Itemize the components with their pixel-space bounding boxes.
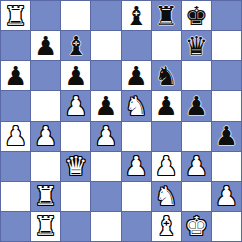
square-e7[interactable] (122, 31, 151, 60)
square-d2[interactable] (91, 182, 120, 211)
square-f4[interactable] (152, 122, 181, 151)
square-h2[interactable]: ♟ (212, 182, 241, 211)
square-b4[interactable]: ♟ (31, 122, 60, 151)
square-e1[interactable] (122, 212, 151, 241)
square-d7[interactable] (91, 31, 120, 60)
square-a6[interactable]: ♟ (1, 61, 30, 90)
black-pawn-piece: ♟ (64, 63, 87, 89)
square-c6[interactable]: ♟ (61, 61, 90, 90)
square-e6[interactable]: ♟ (122, 61, 151, 90)
white-pawn-piece: ♟ (64, 93, 87, 119)
square-f8[interactable]: ♜ (152, 1, 181, 30)
black-pawn-piece: ♟ (94, 93, 117, 119)
square-f6[interactable]: ♞ (152, 61, 181, 90)
square-c7[interactable]: ♝ (61, 31, 90, 60)
square-b6[interactable] (31, 61, 60, 90)
square-f7[interactable] (152, 31, 181, 60)
square-e5[interactable]: ♞ (122, 91, 151, 120)
square-f1[interactable]: ♝ (152, 212, 181, 241)
square-f3[interactable]: ♟ (152, 152, 181, 181)
square-h8[interactable] (212, 1, 241, 30)
white-knight-piece: ♞ (124, 93, 147, 119)
square-c8[interactable] (61, 1, 90, 30)
square-g2[interactable] (182, 182, 211, 211)
white-queen-piece: ♛ (64, 153, 87, 179)
square-f5[interactable]: ♟ (152, 91, 181, 120)
square-a3[interactable] (1, 152, 30, 181)
square-a7[interactable] (1, 31, 30, 60)
square-d5[interactable]: ♟ (91, 91, 120, 120)
square-h4[interactable]: ♟ (212, 122, 241, 151)
black-pawn-piece: ♟ (215, 123, 238, 149)
square-c2[interactable] (61, 182, 90, 211)
square-e3[interactable]: ♟ (122, 152, 151, 181)
square-g5[interactable]: ♟ (182, 91, 211, 120)
square-c5[interactable]: ♟ (61, 91, 90, 120)
white-king-piece: ♚ (185, 213, 208, 239)
white-pawn-piece: ♟ (215, 183, 238, 209)
square-a8[interactable]: ♜ (1, 1, 30, 30)
square-e4[interactable] (122, 122, 151, 151)
square-g3[interactable]: ♟ (182, 152, 211, 181)
square-g4[interactable] (182, 122, 211, 151)
square-b1[interactable]: ♜ (31, 212, 60, 241)
square-g6[interactable] (182, 61, 211, 90)
chess-board: ♜♝♜♚♟♝♛♟♟♟♞♟♟♞♟♟♟♟♟♟♛♟♟♟♜♞♟♜♝♚ (0, 0, 242, 242)
square-b7[interactable]: ♟ (31, 31, 60, 60)
white-rook-piece: ♜ (4, 3, 27, 29)
black-pawn-piece: ♟ (34, 33, 57, 59)
square-b2[interactable]: ♜ (31, 182, 60, 211)
black-knight-piece: ♞ (155, 63, 178, 89)
square-a4[interactable]: ♟ (1, 122, 30, 151)
white-pawn-piece: ♟ (155, 153, 178, 179)
square-g7[interactable]: ♛ (182, 31, 211, 60)
square-h5[interactable] (212, 91, 241, 120)
square-d4[interactable]: ♟ (91, 122, 120, 151)
white-knight-piece: ♞ (155, 183, 178, 209)
square-h6[interactable] (212, 61, 241, 90)
square-b3[interactable] (31, 152, 60, 181)
white-rook-piece: ♜ (34, 213, 57, 239)
square-e2[interactable] (122, 182, 151, 211)
square-f2[interactable]: ♞ (152, 182, 181, 211)
square-b8[interactable] (31, 1, 60, 30)
black-bishop-piece: ♝ (64, 33, 87, 59)
square-c4[interactable] (61, 122, 90, 151)
square-d6[interactable] (91, 61, 120, 90)
square-d3[interactable] (91, 152, 120, 181)
black-queen-piece: ♛ (185, 33, 208, 59)
black-pawn-piece: ♟ (155, 93, 178, 119)
square-a2[interactable] (1, 182, 30, 211)
square-b5[interactable] (31, 91, 60, 120)
black-bishop-piece: ♝ (124, 3, 147, 29)
black-king-piece: ♚ (185, 3, 208, 29)
square-a5[interactable] (1, 91, 30, 120)
square-d1[interactable] (91, 212, 120, 241)
square-c3[interactable]: ♛ (61, 152, 90, 181)
black-pawn-piece: ♟ (185, 93, 208, 119)
white-pawn-piece: ♟ (185, 153, 208, 179)
black-rook-piece: ♜ (155, 3, 178, 29)
square-h1[interactable] (212, 212, 241, 241)
square-e8[interactable]: ♝ (122, 1, 151, 30)
white-pawn-piece: ♟ (94, 123, 117, 149)
square-a1[interactable] (1, 212, 30, 241)
white-pawn-piece: ♟ (4, 123, 27, 149)
square-d8[interactable] (91, 1, 120, 30)
square-h7[interactable] (212, 31, 241, 60)
white-pawn-piece: ♟ (34, 123, 57, 149)
square-g8[interactable]: ♚ (182, 1, 211, 30)
square-g1[interactable]: ♚ (182, 212, 211, 241)
black-pawn-piece: ♟ (4, 63, 27, 89)
white-bishop-piece: ♝ (155, 213, 178, 239)
square-c1[interactable] (61, 212, 90, 241)
black-pawn-piece: ♟ (124, 63, 147, 89)
white-rook-piece: ♜ (34, 183, 57, 209)
square-h3[interactable] (212, 152, 241, 181)
white-pawn-piece: ♟ (124, 153, 147, 179)
